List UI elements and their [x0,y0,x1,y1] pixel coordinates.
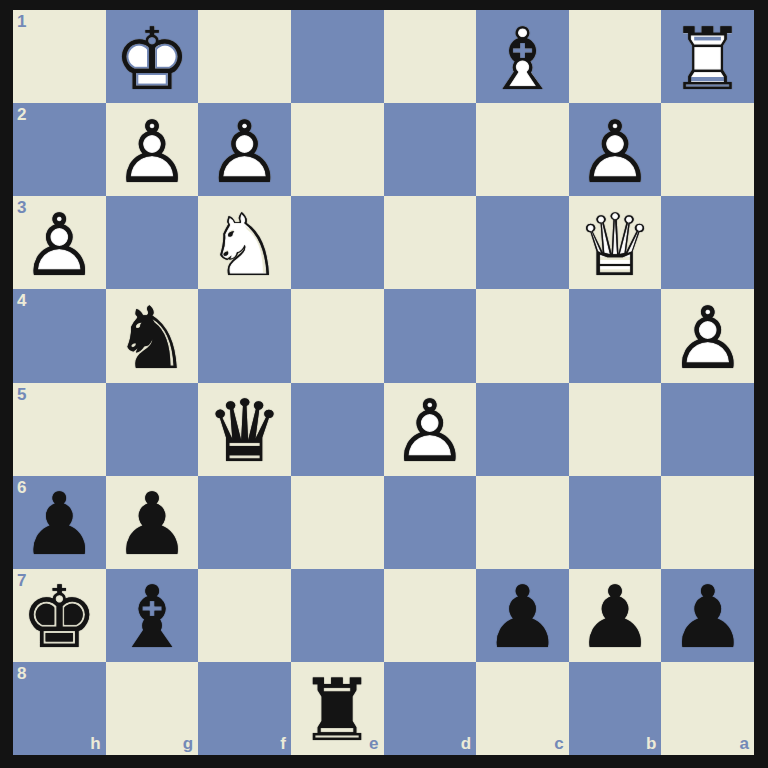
square-c2[interactable] [476,103,569,196]
square-g2[interactable]: ♟♙ [106,103,199,196]
square-a6[interactable] [661,476,754,569]
piece-black-rook-e8[interactable]: ♜ [291,662,384,755]
square-e3[interactable] [291,196,384,289]
square-b1[interactable] [569,10,662,103]
piece-white-pawn-b2[interactable]: ♟♙ [569,103,662,196]
piece-black-pawn-c7[interactable]: ♟ [476,569,569,662]
piece-white-pawn-h3[interactable]: ♟♙ [13,196,106,289]
piece-black-king-h7[interactable]: ♚ [13,569,106,662]
piece-white-knight-f3[interactable]: ♞♘ [198,196,291,289]
file-label-c: c [554,735,563,752]
square-h1[interactable]: 1 [13,10,106,103]
black-piece-glyph: ♟ [661,571,754,664]
square-c5[interactable] [476,383,569,476]
square-c4[interactable] [476,289,569,382]
square-h5[interactable]: 5 [13,383,106,476]
square-h3[interactable]: 3♟♙ [13,196,106,289]
file-label-h: h [90,735,100,752]
piece-black-knight-g4[interactable]: ♞ [106,289,199,382]
square-d4[interactable] [384,289,477,382]
square-f4[interactable] [198,289,291,382]
piece-black-pawn-h6[interactable]: ♟ [13,476,106,569]
black-piece-glyph: ♚ [13,571,106,664]
square-a2[interactable] [661,103,754,196]
black-piece-glyph: ♟ [13,478,106,571]
square-g5[interactable] [106,383,199,476]
piece-black-pawn-a7[interactable]: ♟ [661,569,754,662]
white-piece-outline-glyph: ♙ [106,105,199,198]
square-b2[interactable]: ♟♙ [569,103,662,196]
piece-black-bishop-g7[interactable]: ♝ [106,569,199,662]
square-e6[interactable] [291,476,384,569]
square-b8[interactable]: b [569,662,662,755]
black-piece-glyph: ♟ [106,478,199,571]
square-g6[interactable]: ♟ [106,476,199,569]
square-e2[interactable] [291,103,384,196]
rank-label-8: 8 [17,665,26,682]
square-e7[interactable] [291,569,384,662]
square-e8[interactable]: e♜ [291,662,384,755]
square-b3[interactable]: ♛♕ [569,196,662,289]
piece-white-pawn-g2[interactable]: ♟♙ [106,103,199,196]
piece-white-pawn-a4[interactable]: ♟♙ [661,289,754,382]
square-b5[interactable] [569,383,662,476]
square-f8[interactable]: f [198,662,291,755]
white-piece-outline-glyph: ♗ [476,12,569,105]
square-c7[interactable]: ♟ [476,569,569,662]
square-f5[interactable]: ♛ [198,383,291,476]
rank-label-2: 2 [17,106,26,123]
white-piece-outline-glyph: ♔ [106,12,199,105]
square-d1[interactable] [384,10,477,103]
black-piece-glyph: ♜ [291,664,384,757]
white-piece-outline-glyph: ♙ [384,385,477,478]
black-piece-glyph: ♝ [106,571,199,664]
square-a7[interactable]: ♟ [661,569,754,662]
white-piece-outline-glyph: ♙ [661,291,754,384]
square-e5[interactable] [291,383,384,476]
white-piece-outline-glyph: ♙ [198,105,291,198]
square-a5[interactable] [661,383,754,476]
piece-white-king-g1[interactable]: ♚♔ [106,10,199,103]
square-c1[interactable]: ♝♗ [476,10,569,103]
square-b7[interactable]: ♟ [569,569,662,662]
square-c6[interactable] [476,476,569,569]
black-piece-glyph: ♟ [569,571,662,664]
square-h2[interactable]: 2 [13,103,106,196]
chess-board: 1♚♔♝♗♜♖2♟♙♟♙♟♙3♟♙♞♘♛♕4♞♟♙5♛♟♙6♟♟7♚♝♟♟♟8h… [13,10,754,755]
file-label-d: d [461,735,471,752]
black-piece-glyph: ♞ [106,291,199,384]
square-f3[interactable]: ♞♘ [198,196,291,289]
square-h8[interactable]: 8h [13,662,106,755]
square-g8[interactable]: g [106,662,199,755]
piece-black-queen-f5[interactable]: ♛ [198,383,291,476]
white-piece-outline-glyph: ♘ [198,198,291,291]
square-a1[interactable]: ♜♖ [661,10,754,103]
square-d8[interactable]: d [384,662,477,755]
square-g3[interactable] [106,196,199,289]
square-c8[interactable]: c [476,662,569,755]
white-piece-outline-glyph: ♕ [569,198,662,291]
square-a4[interactable]: ♟♙ [661,289,754,382]
square-b6[interactable] [569,476,662,569]
square-d7[interactable] [384,569,477,662]
file-label-a: a [740,735,749,752]
square-e1[interactable] [291,10,384,103]
piece-black-pawn-b7[interactable]: ♟ [569,569,662,662]
square-d5[interactable]: ♟♙ [384,383,477,476]
piece-white-queen-b3[interactable]: ♛♕ [569,196,662,289]
square-d6[interactable] [384,476,477,569]
square-f1[interactable] [198,10,291,103]
square-d2[interactable] [384,103,477,196]
black-piece-glyph: ♛ [198,385,291,478]
rank-label-4: 4 [17,292,26,309]
square-f7[interactable] [198,569,291,662]
square-f6[interactable] [198,476,291,569]
black-piece-glyph: ♟ [476,571,569,664]
square-h7[interactable]: 7♚ [13,569,106,662]
piece-white-bishop-c1[interactable]: ♝♗ [476,10,569,103]
white-piece-outline-glyph: ♖ [661,12,754,105]
square-c3[interactable] [476,196,569,289]
square-g1[interactable]: ♚♔ [106,10,199,103]
file-label-b: b [646,735,656,752]
square-f2[interactable]: ♟♙ [198,103,291,196]
square-d3[interactable] [384,196,477,289]
square-g7[interactable]: ♝ [106,569,199,662]
square-a3[interactable] [661,196,754,289]
square-h6[interactable]: 6♟ [13,476,106,569]
piece-white-rook-a1[interactable]: ♜♖ [661,10,754,103]
white-piece-outline-glyph: ♙ [13,198,106,291]
square-g4[interactable]: ♞ [106,289,199,382]
square-b4[interactable] [569,289,662,382]
rank-label-1: 1 [17,13,26,30]
piece-white-pawn-f2[interactable]: ♟♙ [198,103,291,196]
rank-label-5: 5 [17,386,26,403]
white-piece-outline-glyph: ♙ [569,105,662,198]
square-h4[interactable]: 4 [13,289,106,382]
piece-black-pawn-g6[interactable]: ♟ [106,476,199,569]
piece-white-pawn-d5[interactable]: ♟♙ [384,383,477,476]
square-e4[interactable] [291,289,384,382]
square-a8[interactable]: a [661,662,754,755]
file-label-g: g [183,735,193,752]
file-label-f: f [280,735,286,752]
